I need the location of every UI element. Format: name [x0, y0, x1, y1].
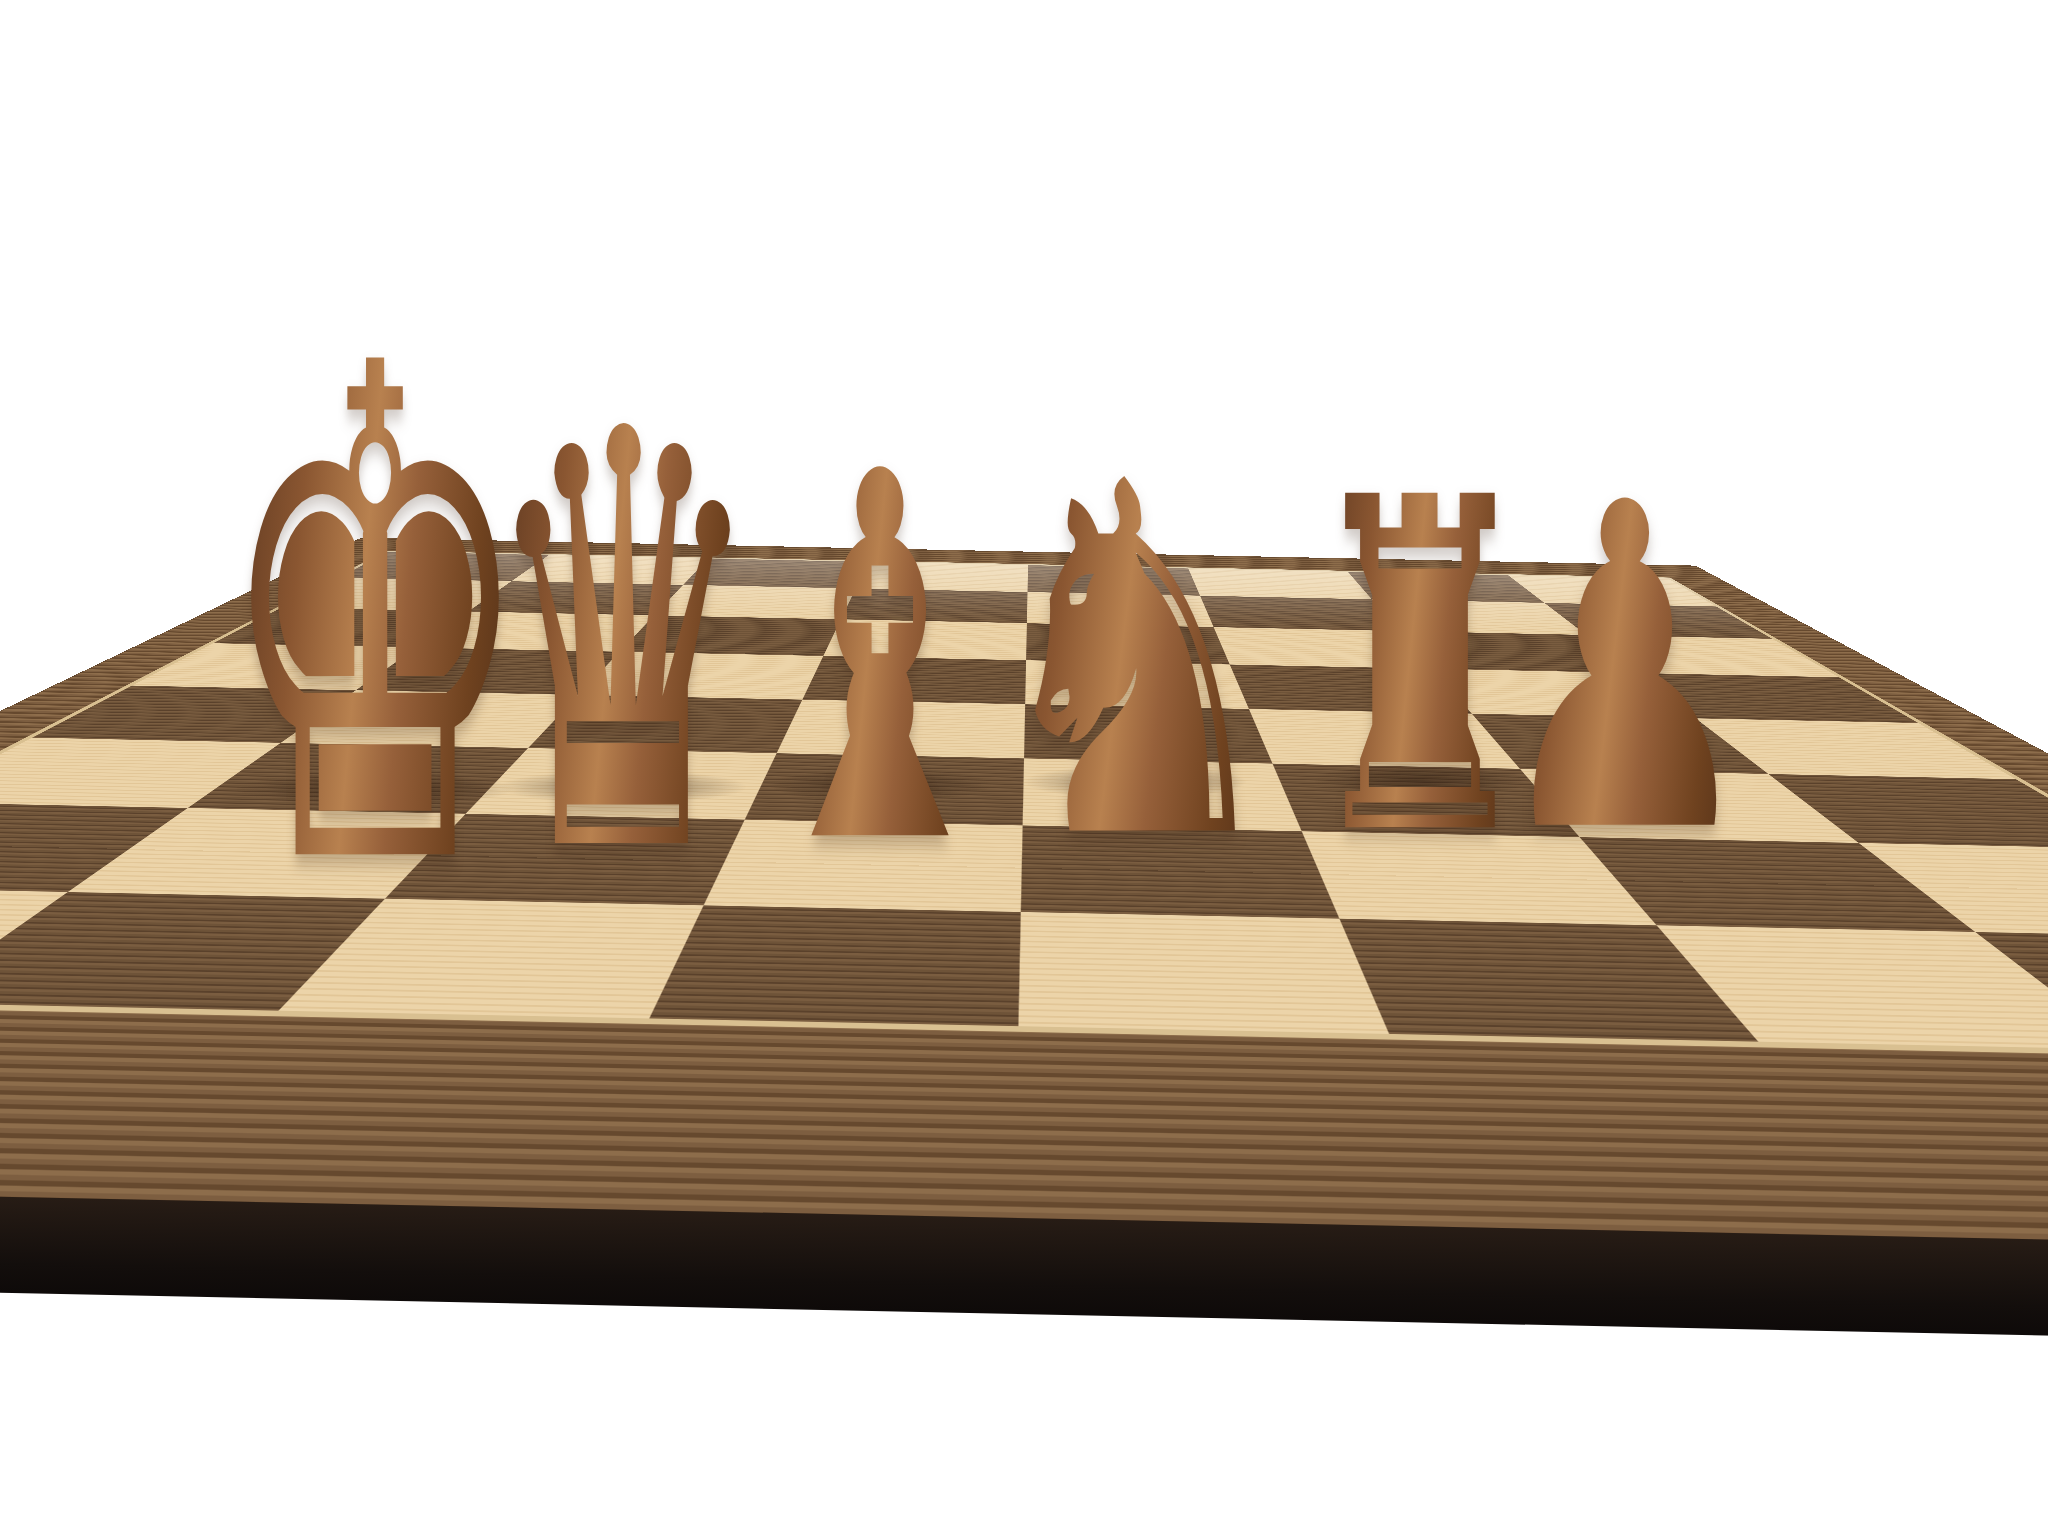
piece-queen[interactable]: ♛ — [481, 357, 765, 932]
piece-pawn[interactable]: ♟ — [1488, 446, 1761, 894]
piece-knight[interactable]: ♞ — [978, 420, 1291, 905]
piece-bishop[interactable]: ♝ — [749, 408, 1012, 913]
photo-scene: ♚♛♝♞♜♟ — [0, 0, 2048, 1535]
pieces-layer: ♚♛♝♞♜♟ — [0, 0, 2048, 1535]
